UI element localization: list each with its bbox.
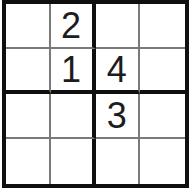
cell-r1c2[interactable]: 2 bbox=[51, 4, 96, 49]
cell-r3c1[interactable] bbox=[6, 94, 51, 139]
cell-r4c1[interactable] bbox=[6, 139, 51, 184]
cell-r2c2[interactable]: 1 bbox=[51, 49, 96, 94]
cell-digit-r2c3: 4 bbox=[107, 52, 127, 88]
cell-r2c4[interactable] bbox=[140, 49, 185, 94]
cell-r3c4[interactable] bbox=[140, 94, 185, 139]
sudoku-page: 2 1 4 3 bbox=[0, 0, 190, 190]
cell-r4c4[interactable] bbox=[140, 139, 185, 184]
cell-r1c4[interactable] bbox=[140, 4, 185, 49]
cell-digit-r3c3: 3 bbox=[107, 98, 127, 134]
sudoku-board: 2 1 4 3 bbox=[2, 0, 189, 188]
cell-r2c3[interactable]: 4 bbox=[96, 49, 141, 94]
cell-r3c3[interactable]: 3 bbox=[96, 94, 141, 139]
cell-digit-r1c2: 2 bbox=[61, 8, 81, 44]
cell-r4c2[interactable] bbox=[51, 139, 96, 184]
cell-r1c1[interactable] bbox=[6, 4, 51, 49]
cell-digit-r2c2: 1 bbox=[61, 52, 81, 88]
cell-r2c1[interactable] bbox=[6, 49, 51, 94]
cell-r4c3[interactable] bbox=[96, 139, 141, 184]
cell-r3c2[interactable] bbox=[51, 94, 96, 139]
cell-r1c3[interactable] bbox=[96, 4, 141, 49]
